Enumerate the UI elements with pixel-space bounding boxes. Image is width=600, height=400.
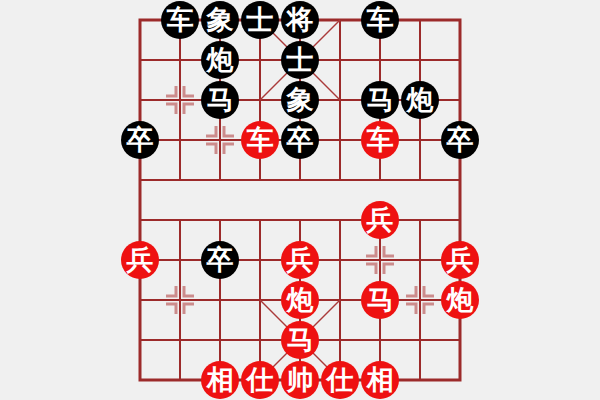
piece-glyph: 炮 [281,281,319,319]
piece-red-horse-e2[interactable]: 马 [280,320,320,360]
piece-glyph: 卒 [201,241,239,279]
piece-glyph: 卒 [281,121,319,159]
piece-black-soldier-i7[interactable]: 卒 [440,120,480,160]
piece-black-soldier-c4[interactable]: 卒 [200,240,240,280]
piece-glyph: 将 [281,1,319,39]
piece-glyph: 士 [241,1,279,39]
piece-glyph: 卒 [441,121,479,159]
piece-red-cannon-e3[interactable]: 炮 [280,280,320,320]
piece-black-advisor-d10[interactable]: 士 [240,0,280,40]
pieces-layer: 车象士将车炮士马象马炮卒车卒车卒兵兵卒兵兵炮马炮马相仕帅仕相 [120,0,480,400]
piece-red-cannon-i3[interactable]: 炮 [440,280,480,320]
piece-black-elephant-c10[interactable]: 象 [200,0,240,40]
piece-red-chariot-g7[interactable]: 车 [360,120,400,160]
piece-red-soldier-e4[interactable]: 兵 [280,240,320,280]
piece-glyph: 车 [241,121,279,159]
piece-glyph: 兵 [361,201,399,239]
piece-black-advisor-e9[interactable]: 士 [280,40,320,80]
piece-red-elephant-g1[interactable]: 相 [360,360,400,400]
piece-glyph: 仕 [241,361,279,399]
xiangqi-board: 车象士将车炮士马象马炮卒车卒车卒兵兵卒兵兵炮马炮马相仕帅仕相 [0,0,600,400]
piece-red-horse-g3[interactable]: 马 [360,280,400,320]
piece-black-horse-c8[interactable]: 马 [200,80,240,120]
piece-red-elephant-c1[interactable]: 相 [200,360,240,400]
piece-glyph: 兵 [281,241,319,279]
piece-glyph: 炮 [441,281,479,319]
piece-glyph: 相 [201,361,239,399]
piece-glyph: 象 [201,1,239,39]
piece-black-general-e10[interactable]: 将 [280,0,320,40]
piece-black-horse-g8[interactable]: 马 [360,80,400,120]
piece-red-general-e1[interactable]: 帅 [280,360,320,400]
piece-glyph: 马 [201,81,239,119]
piece-glyph: 兵 [121,241,159,279]
piece-black-soldier-a7[interactable]: 卒 [120,120,160,160]
piece-black-chariot-g10[interactable]: 车 [360,0,400,40]
piece-glyph: 马 [281,321,319,359]
piece-glyph: 象 [281,81,319,119]
piece-red-advisor-d1[interactable]: 仕 [240,360,280,400]
piece-black-soldier-e7[interactable]: 卒 [280,120,320,160]
piece-black-elephant-e8[interactable]: 象 [280,80,320,120]
piece-glyph: 士 [281,41,319,79]
piece-black-cannon-c9[interactable]: 炮 [200,40,240,80]
piece-glyph: 马 [361,281,399,319]
piece-red-chariot-d7[interactable]: 车 [240,120,280,160]
piece-red-advisor-f1[interactable]: 仕 [320,360,360,400]
piece-black-cannon-h8[interactable]: 炮 [400,80,440,120]
piece-glyph: 车 [161,1,199,39]
piece-black-chariot-b10[interactable]: 车 [160,0,200,40]
piece-glyph: 马 [361,81,399,119]
piece-glyph: 车 [361,1,399,39]
piece-glyph: 帅 [281,361,319,399]
piece-red-soldier-g5[interactable]: 兵 [360,200,400,240]
piece-glyph: 车 [361,121,399,159]
piece-glyph: 炮 [201,41,239,79]
piece-glyph: 相 [361,361,399,399]
piece-glyph: 炮 [401,81,439,119]
piece-glyph: 仕 [321,361,359,399]
piece-glyph: 卒 [121,121,159,159]
piece-red-soldier-i4[interactable]: 兵 [440,240,480,280]
piece-red-soldier-a4[interactable]: 兵 [120,240,160,280]
piece-glyph: 兵 [441,241,479,279]
